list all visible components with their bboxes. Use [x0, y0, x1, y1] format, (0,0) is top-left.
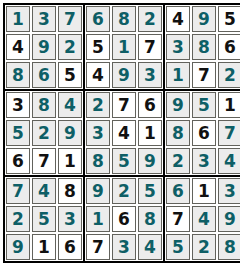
cell-r2c3[interactable]: 2: [58, 34, 82, 60]
cell-r4c6[interactable]: 6: [138, 92, 162, 118]
cell-r7c9[interactable]: 3: [218, 178, 240, 204]
cell-r9c3[interactable]: 6: [58, 234, 82, 260]
cell-r7c7[interactable]: 6: [166, 178, 190, 204]
box-7: 748253916: [5, 177, 83, 261]
cell-r7c8[interactable]: 1: [192, 178, 216, 204]
cell-r8c3[interactable]: 3: [58, 206, 82, 232]
cell-r5c5[interactable]: 4: [112, 120, 136, 146]
cell-r8c6[interactable]: 8: [138, 206, 162, 232]
box-4: 384529671: [5, 91, 83, 175]
cell-r1c5[interactable]: 8: [112, 6, 136, 32]
box-8: 925168734: [85, 177, 163, 261]
cell-r9c2[interactable]: 1: [32, 234, 56, 260]
cell-r4c1[interactable]: 3: [6, 92, 30, 118]
cell-r2c7[interactable]: 3: [166, 34, 190, 60]
cell-r5c9[interactable]: 7: [218, 120, 240, 146]
cell-r2c9[interactable]: 6: [218, 34, 240, 60]
box-6: 951867234: [165, 91, 240, 175]
cell-r3c1[interactable]: 8: [6, 62, 30, 88]
cell-r7c3[interactable]: 8: [58, 178, 82, 204]
cell-r3c7[interactable]: 1: [166, 62, 190, 88]
cell-r1c1[interactable]: 1: [6, 6, 30, 32]
cell-r8c9[interactable]: 9: [218, 206, 240, 232]
cell-r6c5[interactable]: 5: [112, 148, 136, 174]
cell-r4c3[interactable]: 4: [58, 92, 82, 118]
cell-r1c4[interactable]: 6: [86, 6, 110, 32]
cell-r3c2[interactable]: 6: [32, 62, 56, 88]
cell-r4c5[interactable]: 7: [112, 92, 136, 118]
cell-r9c9[interactable]: 8: [218, 234, 240, 260]
cell-r8c2[interactable]: 5: [32, 206, 56, 232]
cell-r6c7[interactable]: 2: [166, 148, 190, 174]
cell-r8c5[interactable]: 6: [112, 206, 136, 232]
cell-r1c6[interactable]: 2: [138, 6, 162, 32]
cell-r3c9[interactable]: 2: [218, 62, 240, 88]
cell-r5c3[interactable]: 9: [58, 120, 82, 146]
page: 1374928656825174934953861723845296712763…: [0, 0, 240, 263]
cell-r8c1[interactable]: 2: [6, 206, 30, 232]
cell-r4c2[interactable]: 8: [32, 92, 56, 118]
cell-r6c4[interactable]: 8: [86, 148, 110, 174]
cell-r2c1[interactable]: 4: [6, 34, 30, 60]
cell-r9c8[interactable]: 2: [192, 234, 216, 260]
cell-r2c8[interactable]: 8: [192, 34, 216, 60]
cell-r8c4[interactable]: 1: [86, 206, 110, 232]
cell-r3c8[interactable]: 7: [192, 62, 216, 88]
cell-r1c3[interactable]: 7: [58, 6, 82, 32]
cell-r9c5[interactable]: 3: [112, 234, 136, 260]
cell-r1c2[interactable]: 3: [32, 6, 56, 32]
cell-r9c7[interactable]: 5: [166, 234, 190, 260]
cell-r7c1[interactable]: 7: [6, 178, 30, 204]
cell-r3c5[interactable]: 9: [112, 62, 136, 88]
sudoku-board: 1374928656825174934953861723845296712763…: [3, 3, 240, 263]
cell-r2c6[interactable]: 7: [138, 34, 162, 60]
cell-r7c2[interactable]: 4: [32, 178, 56, 204]
cell-r1c7[interactable]: 4: [166, 6, 190, 32]
box-2: 682517493: [85, 5, 163, 89]
cell-r7c5[interactable]: 2: [112, 178, 136, 204]
cell-r4c8[interactable]: 5: [192, 92, 216, 118]
cell-r5c4[interactable]: 3: [86, 120, 110, 146]
cell-r4c7[interactable]: 9: [166, 92, 190, 118]
box-1: 137492865: [5, 5, 83, 89]
cell-r6c1[interactable]: 6: [6, 148, 30, 174]
cell-r8c8[interactable]: 4: [192, 206, 216, 232]
cell-r3c6[interactable]: 3: [138, 62, 162, 88]
cell-r3c4[interactable]: 4: [86, 62, 110, 88]
cell-r8c7[interactable]: 7: [166, 206, 190, 232]
cell-r1c8[interactable]: 9: [192, 6, 216, 32]
box-9: 613749528: [165, 177, 240, 261]
cell-r3c3[interactable]: 5: [58, 62, 82, 88]
cell-r4c4[interactable]: 2: [86, 92, 110, 118]
cell-r7c6[interactable]: 5: [138, 178, 162, 204]
cell-r6c9[interactable]: 4: [218, 148, 240, 174]
cell-r2c5[interactable]: 1: [112, 34, 136, 60]
cell-r6c2[interactable]: 7: [32, 148, 56, 174]
cell-r5c1[interactable]: 5: [6, 120, 30, 146]
box-3: 495386172: [165, 5, 240, 89]
cell-r2c2[interactable]: 9: [32, 34, 56, 60]
cell-r5c6[interactable]: 1: [138, 120, 162, 146]
cell-r9c1[interactable]: 9: [6, 234, 30, 260]
cell-r2c4[interactable]: 5: [86, 34, 110, 60]
cell-r1c9[interactable]: 5: [218, 6, 240, 32]
cell-r6c3[interactable]: 1: [58, 148, 82, 174]
cell-r9c6[interactable]: 4: [138, 234, 162, 260]
cell-r7c4[interactable]: 9: [86, 178, 110, 204]
cell-r5c2[interactable]: 2: [32, 120, 56, 146]
cell-r4c9[interactable]: 1: [218, 92, 240, 118]
cell-r5c8[interactable]: 6: [192, 120, 216, 146]
box-5: 276341859: [85, 91, 163, 175]
cell-r5c7[interactable]: 8: [166, 120, 190, 146]
cell-r9c4[interactable]: 7: [86, 234, 110, 260]
cell-r6c8[interactable]: 3: [192, 148, 216, 174]
cell-r6c6[interactable]: 9: [138, 148, 162, 174]
